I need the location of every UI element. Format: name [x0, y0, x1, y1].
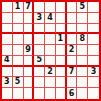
given-digit: 5	[80, 3, 86, 11]
cell-r3c2[interactable]	[13, 24, 24, 35]
cell-r6c2[interactable]	[13, 56, 24, 67]
cell-r9c3[interactable]	[24, 88, 35, 99]
cell-r9c6[interactable]	[56, 88, 67, 99]
cell-r4c6[interactable]: 1	[56, 34, 67, 45]
cell-r5c5[interactable]	[45, 45, 56, 56]
cell-r5c1[interactable]	[2, 45, 13, 56]
cell-r6c9[interactable]	[88, 56, 99, 67]
cell-r1c9[interactable]	[88, 2, 99, 13]
cell-r2c6[interactable]	[56, 13, 67, 24]
cell-r7c2[interactable]	[13, 67, 24, 78]
cell-r8c6[interactable]	[56, 77, 67, 88]
cell-r9c9[interactable]	[88, 88, 99, 99]
given-digit: 3	[91, 68, 97, 76]
cell-r3c3[interactable]	[24, 24, 35, 35]
cell-r6c8[interactable]	[77, 56, 88, 67]
given-digit: 4	[47, 14, 53, 22]
cell-r6c4[interactable]: 5	[34, 56, 45, 67]
cell-r4c1[interactable]	[2, 34, 13, 45]
cell-r7c3[interactable]	[24, 67, 35, 78]
cell-r2c2[interactable]	[13, 13, 24, 24]
cell-r2c5[interactable]: 4	[45, 13, 56, 24]
cell-r2c4[interactable]: 3	[34, 13, 45, 24]
cell-r8c4[interactable]	[34, 77, 45, 88]
cell-r8c7[interactable]	[67, 77, 78, 88]
cell-r7c4[interactable]	[34, 67, 45, 78]
cell-r2c3[interactable]	[24, 13, 35, 24]
cell-r7c5[interactable]: 2	[45, 67, 56, 78]
given-digit: 7	[25, 3, 31, 11]
given-digit: 9	[25, 46, 31, 54]
cell-r6c3[interactable]	[24, 56, 35, 67]
cell-r7c9[interactable]: 3	[88, 67, 99, 78]
cell-r4c4[interactable]	[34, 34, 45, 45]
cell-r2c8[interactable]	[77, 13, 88, 24]
cell-r9c8[interactable]	[77, 88, 88, 99]
cell-r5c6[interactable]	[56, 45, 67, 56]
cell-r4c5[interactable]	[45, 34, 56, 45]
cell-r8c3[interactable]	[24, 77, 35, 88]
given-digit: 1	[57, 35, 63, 43]
cell-r3c5[interactable]	[45, 24, 56, 35]
cell-r1c1[interactable]	[2, 2, 13, 13]
cell-r8c8[interactable]	[77, 77, 88, 88]
cell-r7c7[interactable]: 7	[67, 67, 78, 78]
cell-r9c4[interactable]	[34, 88, 45, 99]
cell-r5c9[interactable]	[88, 45, 99, 56]
cell-r5c8[interactable]	[77, 45, 88, 56]
cell-r9c1[interactable]	[2, 88, 13, 99]
cell-r8c2[interactable]: 5	[13, 77, 24, 88]
cell-r7c1[interactable]	[2, 67, 13, 78]
cell-r8c1[interactable]: 3	[2, 77, 13, 88]
cell-r1c8[interactable]: 5	[77, 2, 88, 13]
cell-r9c5[interactable]	[45, 88, 56, 99]
cell-r6c5[interactable]	[45, 56, 56, 67]
cell-r4c3[interactable]	[24, 34, 35, 45]
cell-r4c2[interactable]	[13, 34, 24, 45]
given-digit: 3	[4, 78, 10, 86]
cell-r5c2[interactable]	[13, 45, 24, 56]
cell-r3c4[interactable]	[34, 24, 45, 35]
cell-r2c9[interactable]	[88, 13, 99, 24]
cell-r8c9[interactable]	[88, 77, 99, 88]
given-digit: 1	[15, 3, 21, 11]
given-digit: 2	[69, 46, 75, 54]
given-digit: 4	[4, 56, 10, 64]
given-digit: 6	[69, 90, 75, 98]
cell-r6c6[interactable]	[56, 56, 67, 67]
sudoku-board: 17534189245273356	[0, 0, 101, 101]
cell-r4c8[interactable]: 8	[77, 34, 88, 45]
cell-r2c7[interactable]	[67, 13, 78, 24]
cell-r9c2[interactable]	[13, 88, 24, 99]
cell-r3c8[interactable]	[77, 24, 88, 35]
cell-r9c7[interactable]: 6	[67, 88, 78, 99]
given-digit: 7	[69, 68, 75, 76]
cell-r1c6[interactable]	[56, 2, 67, 13]
cell-r3c7[interactable]	[67, 24, 78, 35]
cell-r4c9[interactable]	[88, 34, 99, 45]
cell-r3c6[interactable]	[56, 24, 67, 35]
cell-r1c3[interactable]: 7	[24, 2, 35, 13]
given-digit: 8	[80, 35, 86, 43]
cell-r3c9[interactable]	[88, 24, 99, 35]
cell-r7c8[interactable]	[77, 67, 88, 78]
cell-r4c7[interactable]	[67, 34, 78, 45]
given-digit: 5	[15, 78, 21, 86]
cell-r8c5[interactable]	[45, 77, 56, 88]
cell-r5c4[interactable]	[34, 45, 45, 56]
cell-r1c4[interactable]	[34, 2, 45, 13]
cell-r2c1[interactable]	[2, 13, 13, 24]
cell-r5c7[interactable]: 2	[67, 45, 78, 56]
given-digit: 3	[36, 14, 42, 22]
given-digit: 2	[47, 68, 53, 76]
cell-r5c3[interactable]: 9	[24, 45, 35, 56]
cell-r1c5[interactable]	[45, 2, 56, 13]
cell-r1c7[interactable]	[67, 2, 78, 13]
cell-r3c1[interactable]	[2, 24, 13, 35]
given-digit: 5	[36, 56, 42, 64]
cell-r6c7[interactable]	[67, 56, 78, 67]
cell-r7c6[interactable]	[56, 67, 67, 78]
cell-r6c1[interactable]: 4	[2, 56, 13, 67]
cell-r1c2[interactable]: 1	[13, 2, 24, 13]
